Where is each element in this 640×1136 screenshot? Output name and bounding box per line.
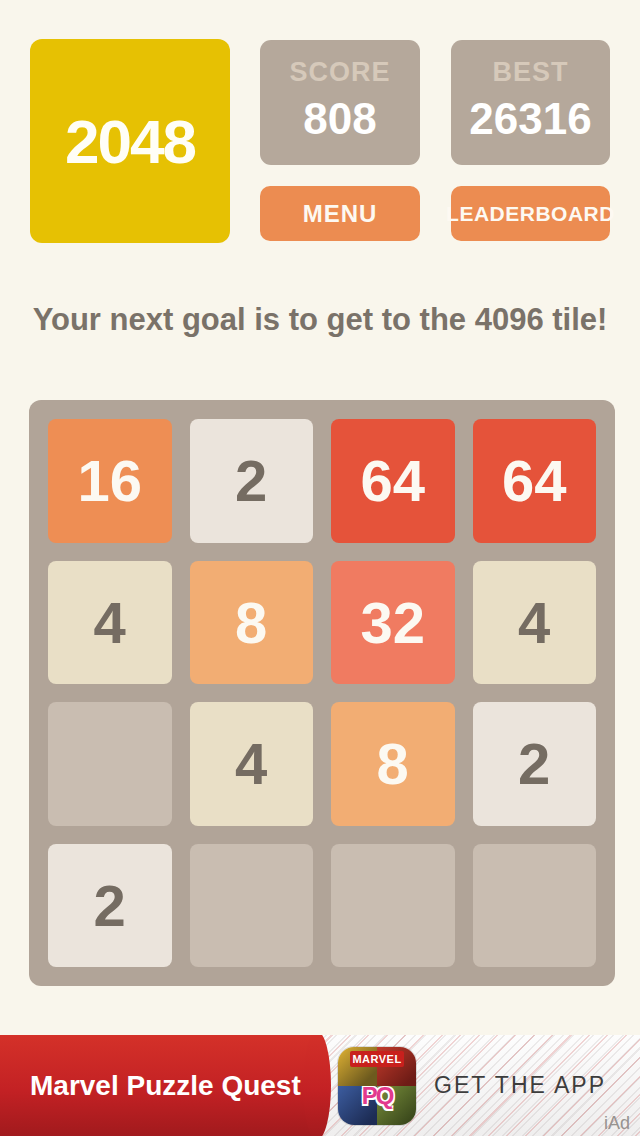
empty-cell-r3c1 xyxy=(48,702,172,826)
marvel-puzzle-quest-app-icon[interactable]: MARVEL PQ xyxy=(338,1047,416,1125)
tile-64-r1c3: 64 xyxy=(331,419,455,543)
tile-64-r1c4: 64 xyxy=(473,419,597,543)
tile-32-r2c3: 32 xyxy=(331,561,455,685)
score-label: SCORE xyxy=(260,57,420,88)
tile-16-r1c1: 16 xyxy=(48,419,172,543)
best-label: BEST xyxy=(451,57,610,88)
tile-4-r2c4: 4 xyxy=(473,561,597,685)
empty-cell-r4c3 xyxy=(331,844,455,968)
ad-app-name: Marvel Puzzle Quest xyxy=(30,1035,301,1136)
best-value: 26316 xyxy=(451,94,610,144)
goal-text: Your next goal is to get to the 4096 til… xyxy=(0,302,640,338)
menu-button[interactable]: MENU xyxy=(260,186,420,241)
icon-pq-logo: PQ xyxy=(338,1071,416,1121)
board[interactable]: 1626464483244822 xyxy=(29,400,615,986)
score-box: SCORE 808 xyxy=(260,40,420,165)
leaderboard-button[interactable]: LEADERBOARD xyxy=(451,186,610,241)
iad-label: iAd xyxy=(604,1113,630,1134)
score-value: 808 xyxy=(260,94,420,144)
tile-2-r1c2: 2 xyxy=(190,419,314,543)
empty-cell-r4c4 xyxy=(473,844,597,968)
tile-4-r3c2: 4 xyxy=(190,702,314,826)
logo-tile-2048: 2048 xyxy=(30,39,230,243)
get-the-app-text: GET THE APP xyxy=(430,1035,610,1136)
icon-marvel-banner: MARVEL xyxy=(350,1051,404,1067)
tile-2-r3c4: 2 xyxy=(473,702,597,826)
tile-8-r2c2: 8 xyxy=(190,561,314,685)
tile-2-r4c1: 2 xyxy=(48,844,172,968)
screen: 2048 SCORE 808 BEST 26316 MENU LEADERBOA… xyxy=(0,0,640,1136)
logo-text: 2048 xyxy=(65,106,195,177)
tile-4-r2c1: 4 xyxy=(48,561,172,685)
empty-cell-r4c2 xyxy=(190,844,314,968)
best-box: BEST 26316 xyxy=(451,40,610,165)
tile-8-r3c3: 8 xyxy=(331,702,455,826)
